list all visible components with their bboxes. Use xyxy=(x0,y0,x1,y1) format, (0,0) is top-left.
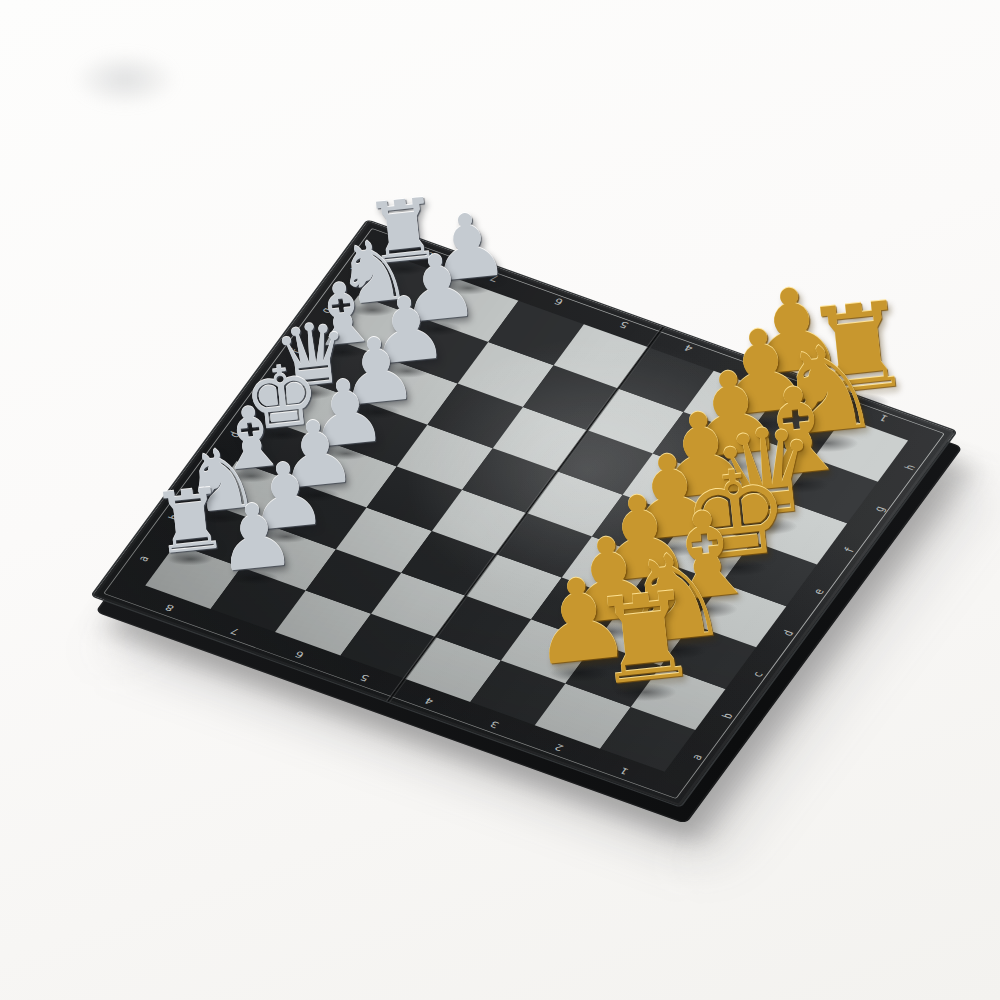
rank-label-right-6: 6 xyxy=(553,297,565,307)
rank-label-left-2: 2 xyxy=(553,743,565,753)
file-label-bottom-c: c xyxy=(750,670,765,679)
rank-label-left-3: 3 xyxy=(488,719,500,729)
file-label-bottom-f: f xyxy=(842,546,857,555)
file-label-bottom-g: g xyxy=(872,504,887,513)
rank-label-left-4: 4 xyxy=(423,696,435,706)
file-label-top-a: a xyxy=(136,554,151,563)
product-photo: aa88bb77cc66dd55ee44ff33gg22hh11 ♜♞♝♚♛♝♞… xyxy=(0,0,1000,1000)
file-label-bottom-a: a xyxy=(689,753,704,762)
chess-board: aa88bb77cc66dd55ee44ff33gg22hh11 xyxy=(90,219,958,808)
rank-label-right-5: 5 xyxy=(618,320,630,330)
file-label-top-f: f xyxy=(288,347,303,356)
file-label-top-b: b xyxy=(166,513,181,522)
rank-label-left-7: 7 xyxy=(228,626,240,636)
rank-label-left-8: 8 xyxy=(163,603,175,613)
file-label-top-c: c xyxy=(197,472,212,481)
rank-label-right-7: 7 xyxy=(488,273,500,283)
file-label-top-g: g xyxy=(319,306,334,315)
file-label-bottom-h: h xyxy=(902,463,917,472)
file-label-top-e: e xyxy=(258,389,273,398)
rank-label-left-1: 1 xyxy=(618,766,630,776)
rank-label-right-2: 2 xyxy=(812,390,824,400)
file-label-top-h: h xyxy=(349,264,364,273)
rank-label-right-3: 3 xyxy=(747,366,759,376)
file-label-top-d: d xyxy=(227,430,242,439)
rank-label-left-6: 6 xyxy=(293,650,305,660)
rank-label-right-4: 4 xyxy=(683,343,695,353)
file-label-bottom-e: e xyxy=(811,587,826,596)
rank-label-left-5: 5 xyxy=(358,673,370,683)
background-smudge xyxy=(55,42,195,117)
file-label-bottom-d: d xyxy=(781,629,796,638)
rank-label-right-1: 1 xyxy=(877,413,889,423)
file-label-bottom-b: b xyxy=(720,711,735,720)
rank-label-right-8: 8 xyxy=(423,250,435,260)
